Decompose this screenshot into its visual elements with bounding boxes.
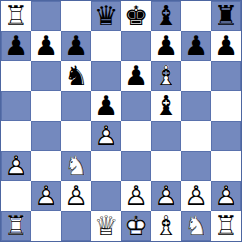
black-bishop: ♝ [151, 1, 181, 31]
square-d7[interactable] [91, 31, 121, 61]
square-g1[interactable]: ♞♘ [181, 211, 211, 241]
square-b8[interactable] [31, 1, 61, 31]
white-knight: ♞♘ [61, 151, 91, 181]
square-g7[interactable]: ♟ [181, 31, 211, 61]
square-h7[interactable]: ♟ [211, 31, 241, 61]
square-c2[interactable]: ♟♙ [61, 181, 91, 211]
square-c3[interactable]: ♞♘ [61, 151, 91, 181]
square-a2[interactable] [1, 181, 31, 211]
black-pawn: ♟ [211, 31, 241, 61]
square-e2[interactable]: ♟♙ [121, 181, 151, 211]
square-f1[interactable]: ♝♗ [151, 211, 181, 241]
black-bishop: ♝ [151, 91, 181, 121]
square-h3[interactable] [211, 151, 241, 181]
square-e3[interactable] [121, 151, 151, 181]
square-f3[interactable] [151, 151, 181, 181]
white-king: ♚♔ [121, 211, 151, 241]
square-c4[interactable] [61, 121, 91, 151]
square-f4[interactable] [151, 121, 181, 151]
square-d1[interactable]: ♛♕ [91, 211, 121, 241]
white-pawn: ♟♙ [91, 121, 121, 151]
white-bishop: ♝♗ [151, 61, 181, 91]
white-pawn: ♟♙ [121, 181, 151, 211]
white-queen: ♛♕ [91, 211, 121, 241]
black-pawn: ♟ [61, 31, 91, 61]
square-b7[interactable]: ♟ [31, 31, 61, 61]
square-c1[interactable] [61, 211, 91, 241]
square-b2[interactable]: ♟♙ [31, 181, 61, 211]
black-rook: ♜ [211, 1, 241, 31]
black-queen: ♛ [91, 1, 121, 31]
square-b5[interactable] [31, 91, 61, 121]
square-e6[interactable]: ♟ [121, 61, 151, 91]
square-e7[interactable] [121, 31, 151, 61]
square-b4[interactable] [31, 121, 61, 151]
square-e1[interactable]: ♚♔ [121, 211, 151, 241]
square-f8[interactable]: ♝ [151, 1, 181, 31]
square-d6[interactable] [91, 61, 121, 91]
square-h4[interactable] [211, 121, 241, 151]
white-pawn: ♟♙ [211, 181, 241, 211]
white-bishop: ♝♗ [151, 211, 181, 241]
square-h1[interactable]: ♜♖ [211, 211, 241, 241]
square-d8[interactable]: ♛ [91, 1, 121, 31]
square-b3[interactable] [31, 151, 61, 181]
chess-board: ♜♖♛♚♝♜♟♟♟♟♟♟♞♟♝♗♟♝♟♙♟♙♞♘♟♙♟♙♟♙♟♙♟♙♟♙♜♖♛♕… [0, 0, 242, 242]
square-g4[interactable] [181, 121, 211, 151]
square-h8[interactable]: ♜ [211, 1, 241, 31]
black-pawn: ♟ [31, 31, 61, 61]
square-e8[interactable]: ♚ [121, 1, 151, 31]
square-d4[interactable]: ♟♙ [91, 121, 121, 151]
square-a3[interactable]: ♟♙ [1, 151, 31, 181]
square-h2[interactable]: ♟♙ [211, 181, 241, 211]
black-pawn: ♟ [121, 61, 151, 91]
square-d5[interactable]: ♟ [91, 91, 121, 121]
square-g2[interactable]: ♟♙ [181, 181, 211, 211]
square-a1[interactable]: ♜♖ [1, 211, 31, 241]
square-e4[interactable] [121, 121, 151, 151]
white-rook: ♜♖ [1, 211, 31, 241]
black-pawn: ♟ [91, 91, 121, 121]
square-d2[interactable] [91, 181, 121, 211]
square-a4[interactable] [1, 121, 31, 151]
black-pawn: ♟ [181, 31, 211, 61]
square-f5[interactable]: ♝ [151, 91, 181, 121]
square-a8[interactable]: ♜♖ [1, 1, 31, 31]
square-f2[interactable]: ♟♙ [151, 181, 181, 211]
square-a5[interactable] [1, 91, 31, 121]
square-g6[interactable] [181, 61, 211, 91]
white-knight: ♞♘ [181, 211, 211, 241]
square-e5[interactable] [121, 91, 151, 121]
square-b1[interactable] [31, 211, 61, 241]
square-c8[interactable] [61, 1, 91, 31]
square-c6[interactable]: ♞ [61, 61, 91, 91]
white-rook: ♜♖ [1, 1, 31, 31]
square-f7[interactable]: ♟ [151, 31, 181, 61]
black-pawn: ♟ [151, 31, 181, 61]
square-a7[interactable]: ♟ [1, 31, 31, 61]
white-pawn: ♟♙ [1, 151, 31, 181]
white-rook: ♜♖ [211, 211, 241, 241]
white-pawn: ♟♙ [61, 181, 91, 211]
square-d3[interactable] [91, 151, 121, 181]
square-g8[interactable] [181, 1, 211, 31]
white-pawn: ♟♙ [151, 181, 181, 211]
square-g5[interactable] [181, 91, 211, 121]
square-c7[interactable]: ♟ [61, 31, 91, 61]
square-b6[interactable] [31, 61, 61, 91]
square-h6[interactable] [211, 61, 241, 91]
square-h5[interactable] [211, 91, 241, 121]
black-king: ♚ [121, 1, 151, 31]
square-c5[interactable] [61, 91, 91, 121]
white-pawn: ♟♙ [181, 181, 211, 211]
black-pawn: ♟ [1, 31, 31, 61]
square-f6[interactable]: ♝♗ [151, 61, 181, 91]
black-knight: ♞ [61, 61, 91, 91]
square-a6[interactable] [1, 61, 31, 91]
white-pawn: ♟♙ [31, 181, 61, 211]
square-g3[interactable] [181, 151, 211, 181]
